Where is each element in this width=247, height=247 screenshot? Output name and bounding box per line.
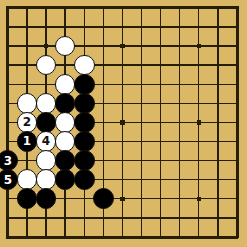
black-stone[interactable] bbox=[74, 150, 95, 171]
move-number-label: 5 bbox=[4, 174, 12, 186]
white-stone[interactable] bbox=[36, 93, 57, 114]
board-grid-line-vertical bbox=[217, 6, 218, 238]
board-grid-line-vertical bbox=[160, 6, 161, 238]
white-stone[interactable] bbox=[17, 169, 38, 190]
white-stone[interactable] bbox=[36, 150, 57, 171]
white-stone[interactable] bbox=[74, 55, 95, 76]
black-stone[interactable] bbox=[74, 169, 95, 190]
move-number-label: 3 bbox=[4, 155, 12, 167]
black-stone[interactable] bbox=[36, 112, 57, 133]
board-grid-line-vertical bbox=[179, 6, 180, 238]
star-point bbox=[197, 120, 202, 125]
board-grid-line-vertical bbox=[141, 6, 142, 238]
star-point bbox=[120, 44, 125, 49]
black-stone[interactable] bbox=[74, 74, 95, 95]
black-stone[interactable] bbox=[74, 93, 95, 114]
move-number-label: 4 bbox=[42, 135, 50, 147]
board-grid-line-horizontal bbox=[6, 236, 238, 239]
move-number-label: 1 bbox=[23, 135, 31, 147]
white-stone[interactable] bbox=[36, 55, 57, 76]
black-stone[interactable] bbox=[55, 169, 76, 190]
star-point bbox=[120, 120, 125, 125]
black-stone-move-3[interactable]: 3 bbox=[0, 150, 18, 171]
star-point bbox=[120, 197, 125, 202]
star-point bbox=[197, 44, 202, 49]
white-stone-move-2[interactable]: 2 bbox=[17, 112, 38, 133]
black-stone[interactable] bbox=[93, 188, 114, 209]
black-stone[interactable] bbox=[55, 150, 76, 171]
black-stone[interactable] bbox=[74, 112, 95, 133]
white-stone[interactable] bbox=[17, 93, 38, 114]
black-stone-move-1[interactable]: 1 bbox=[17, 131, 38, 152]
white-stone[interactable] bbox=[55, 74, 76, 95]
black-stone[interactable] bbox=[17, 188, 38, 209]
white-stone[interactable] bbox=[36, 169, 57, 190]
black-stone[interactable] bbox=[36, 188, 57, 209]
white-stone[interactable] bbox=[55, 112, 76, 133]
move-number-label: 2 bbox=[23, 116, 31, 128]
black-stone[interactable] bbox=[55, 93, 76, 114]
board-grid-line-horizontal bbox=[6, 217, 238, 218]
star-point bbox=[197, 197, 202, 202]
board-grid-line-vertical bbox=[236, 6, 239, 238]
white-stone[interactable] bbox=[55, 131, 76, 152]
white-stone-move-4[interactable]: 4 bbox=[36, 131, 57, 152]
star-point bbox=[44, 44, 49, 49]
black-stone[interactable] bbox=[74, 131, 95, 152]
white-stone[interactable] bbox=[55, 36, 76, 57]
black-stone-move-5[interactable]: 5 bbox=[0, 169, 18, 190]
go-board[interactable]: 21435 bbox=[0, 0, 247, 247]
